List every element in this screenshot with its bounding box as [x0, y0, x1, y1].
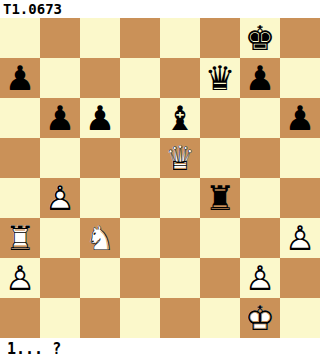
chess-puzzle-page: T1.0673 ♚♟♛♟♟♟♝♟♛♕♟♙♜♜♖♞♘♟♙♟♙♟♙♚♔ 1... ?: [0, 0, 320, 360]
white-pawn-icon: ♟♙: [40, 178, 80, 218]
square-e5[interactable]: ♛♕: [160, 138, 200, 178]
square-f2[interactable]: [200, 258, 240, 298]
piece-outline: ♙: [40, 178, 80, 218]
square-c7[interactable]: [80, 58, 120, 98]
piece-outline: ♕: [160, 138, 200, 178]
move-prompt: 1... ?: [0, 338, 320, 360]
black-pawn-icon: ♟: [280, 98, 320, 138]
square-h5[interactable]: [280, 138, 320, 178]
square-f4[interactable]: ♜: [200, 178, 240, 218]
white-pawn-icon: ♟♙: [0, 258, 40, 298]
piece-outline: ♖: [0, 218, 40, 258]
square-f1[interactable]: [200, 298, 240, 338]
square-c5[interactable]: [80, 138, 120, 178]
square-f7[interactable]: ♛: [200, 58, 240, 98]
square-b4[interactable]: ♟♙: [40, 178, 80, 218]
chess-board: ♚♟♛♟♟♟♝♟♛♕♟♙♜♜♖♞♘♟♙♟♙♟♙♚♔: [0, 18, 320, 338]
white-pawn-icon: ♟♙: [280, 218, 320, 258]
square-h8[interactable]: [280, 18, 320, 58]
square-c1[interactable]: [80, 298, 120, 338]
square-b8[interactable]: [40, 18, 80, 58]
square-a4[interactable]: [0, 178, 40, 218]
square-h7[interactable]: [280, 58, 320, 98]
square-g6[interactable]: [240, 98, 280, 138]
square-h4[interactable]: [280, 178, 320, 218]
square-e2[interactable]: [160, 258, 200, 298]
piece-glyph: ♜: [200, 178, 240, 218]
square-a6[interactable]: [0, 98, 40, 138]
piece-outline: ♘: [80, 218, 120, 258]
square-g1[interactable]: ♚♔: [240, 298, 280, 338]
square-e8[interactable]: [160, 18, 200, 58]
piece-outline: ♙: [240, 258, 280, 298]
square-e7[interactable]: [160, 58, 200, 98]
square-d3[interactable]: [120, 218, 160, 258]
square-d8[interactable]: [120, 18, 160, 58]
square-d4[interactable]: [120, 178, 160, 218]
square-e3[interactable]: [160, 218, 200, 258]
piece-glyph: ♟: [280, 98, 320, 138]
white-rook-icon: ♜♖: [0, 218, 40, 258]
piece-outline: ♙: [280, 218, 320, 258]
square-b6[interactable]: ♟: [40, 98, 80, 138]
piece-glyph: ♟: [80, 98, 120, 138]
square-c3[interactable]: ♞♘: [80, 218, 120, 258]
square-b5[interactable]: [40, 138, 80, 178]
square-d6[interactable]: [120, 98, 160, 138]
square-g2[interactable]: ♟♙: [240, 258, 280, 298]
square-e6[interactable]: ♝: [160, 98, 200, 138]
square-g5[interactable]: [240, 138, 280, 178]
square-f5[interactable]: [200, 138, 240, 178]
black-queen-icon: ♛: [200, 58, 240, 98]
square-h6[interactable]: ♟: [280, 98, 320, 138]
square-b3[interactable]: [40, 218, 80, 258]
black-pawn-icon: ♟: [80, 98, 120, 138]
white-queen-icon: ♛♕: [160, 138, 200, 178]
square-e1[interactable]: [160, 298, 200, 338]
piece-glyph: ♚: [240, 18, 280, 58]
black-pawn-icon: ♟: [40, 98, 80, 138]
square-g3[interactable]: [240, 218, 280, 258]
square-a8[interactable]: [0, 18, 40, 58]
piece-glyph: ♟: [240, 58, 280, 98]
square-c8[interactable]: [80, 18, 120, 58]
piece-glyph: ♟: [40, 98, 80, 138]
square-a3[interactable]: ♜♖: [0, 218, 40, 258]
piece-outline: ♔: [240, 298, 280, 338]
square-e4[interactable]: [160, 178, 200, 218]
black-pawn-icon: ♟: [240, 58, 280, 98]
square-f8[interactable]: [200, 18, 240, 58]
square-c2[interactable]: [80, 258, 120, 298]
black-king-icon: ♚: [240, 18, 280, 58]
square-d2[interactable]: [120, 258, 160, 298]
piece-glyph: ♛: [200, 58, 240, 98]
square-a7[interactable]: ♟: [0, 58, 40, 98]
square-b1[interactable]: [40, 298, 80, 338]
square-b2[interactable]: [40, 258, 80, 298]
square-b7[interactable]: [40, 58, 80, 98]
square-f3[interactable]: [200, 218, 240, 258]
square-f6[interactable]: [200, 98, 240, 138]
square-c6[interactable]: ♟: [80, 98, 120, 138]
square-a1[interactable]: [0, 298, 40, 338]
square-h1[interactable]: [280, 298, 320, 338]
puzzle-id: T1.0673: [0, 0, 320, 18]
piece-glyph: ♝: [160, 98, 200, 138]
square-h2[interactable]: [280, 258, 320, 298]
piece-glyph: ♟: [0, 58, 40, 98]
black-rook-icon: ♜: [200, 178, 240, 218]
black-pawn-icon: ♟: [0, 58, 40, 98]
white-pawn-icon: ♟♙: [240, 258, 280, 298]
square-d1[interactable]: [120, 298, 160, 338]
square-g8[interactable]: ♚: [240, 18, 280, 58]
black-bishop-icon: ♝: [160, 98, 200, 138]
square-d7[interactable]: [120, 58, 160, 98]
white-knight-icon: ♞♘: [80, 218, 120, 258]
square-c4[interactable]: [80, 178, 120, 218]
square-a5[interactable]: [0, 138, 40, 178]
square-g4[interactable]: [240, 178, 280, 218]
square-h3[interactable]: ♟♙: [280, 218, 320, 258]
square-a2[interactable]: ♟♙: [0, 258, 40, 298]
square-d5[interactable]: [120, 138, 160, 178]
white-king-icon: ♚♔: [240, 298, 280, 338]
piece-outline: ♙: [0, 258, 40, 298]
square-g7[interactable]: ♟: [240, 58, 280, 98]
